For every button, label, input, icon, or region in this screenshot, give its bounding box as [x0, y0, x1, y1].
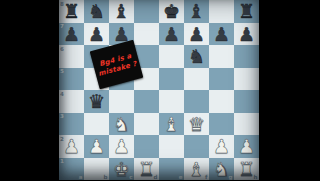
square-f4[interactable] — [184, 90, 209, 113]
square-a2[interactable]: ♟2 — [59, 135, 84, 158]
file-label-d: d — [154, 174, 158, 180]
square-h8[interactable]: ♜ — [234, 0, 259, 23]
chess-board: ♜8♞♝♚♝♜♟7♟♟♟♟♟♟6♞54♛3♞♝♛♟2♟♟♟♟1ab♚c♜de♝f… — [59, 0, 259, 180]
letterbox-left — [0, 0, 59, 180]
piece-white-pawn: ♟ — [209, 135, 234, 158]
square-d2[interactable] — [134, 135, 159, 158]
square-e7[interactable]: ♟ — [159, 23, 184, 46]
rank-label-7: 7 — [60, 23, 64, 29]
square-b2[interactable]: ♟ — [84, 135, 109, 158]
square-h6[interactable] — [234, 45, 259, 68]
square-g3[interactable] — [209, 113, 234, 136]
square-a6[interactable]: 6 — [59, 45, 84, 68]
square-g1[interactable]: ♞g — [209, 158, 234, 181]
piece-black-knight: ♞ — [84, 0, 109, 23]
square-g7[interactable]: ♟ — [209, 23, 234, 46]
square-e8[interactable]: ♚ — [159, 0, 184, 23]
rank-label-6: 6 — [60, 46, 64, 52]
square-a4[interactable]: 4 — [59, 90, 84, 113]
square-f5[interactable] — [184, 68, 209, 91]
file-label-c: c — [129, 174, 132, 180]
piece-black-pawn: ♟ — [159, 23, 184, 46]
square-g2[interactable]: ♟ — [209, 135, 234, 158]
square-g8[interactable] — [209, 0, 234, 23]
square-f6[interactable]: ♞ — [184, 45, 209, 68]
square-e1[interactable]: e — [159, 158, 184, 181]
square-h5[interactable] — [234, 68, 259, 91]
square-c3[interactable]: ♞ — [109, 113, 134, 136]
square-c2[interactable]: ♟ — [109, 135, 134, 158]
piece-white-queen: ♛ — [184, 113, 209, 136]
rank-label-2: 2 — [60, 136, 64, 142]
piece-white-bishop: ♝ — [159, 113, 184, 136]
square-a1[interactable]: 1a — [59, 158, 84, 181]
file-label-a: a — [79, 174, 83, 180]
piece-black-rook: ♜ — [234, 0, 259, 23]
square-b3[interactable] — [84, 113, 109, 136]
square-e5[interactable] — [159, 68, 184, 91]
video-thumbnail: ♜8♞♝♚♝♜♟7♟♟♟♟♟♟6♞54♛3♞♝♛♟2♟♟♟♟1ab♚c♜de♝f… — [0, 0, 320, 180]
rank-label-8: 8 — [60, 1, 64, 7]
square-e2[interactable] — [159, 135, 184, 158]
file-label-f: f — [205, 174, 207, 180]
piece-white-knight: ♞ — [109, 113, 134, 136]
piece-white-pawn: ♟ — [234, 135, 259, 158]
square-c8[interactable]: ♝ — [109, 0, 134, 23]
square-b4[interactable]: ♛ — [84, 90, 109, 113]
piece-white-pawn: ♟ — [109, 135, 134, 158]
square-d3[interactable] — [134, 113, 159, 136]
piece-black-queen: ♛ — [84, 90, 109, 113]
piece-black-pawn: ♟ — [84, 23, 109, 46]
piece-black-king: ♚ — [159, 0, 184, 23]
square-a8[interactable]: ♜8 — [59, 0, 84, 23]
square-a7[interactable]: ♟7 — [59, 23, 84, 46]
file-label-h: h — [254, 174, 258, 180]
rank-label-3: 3 — [60, 113, 64, 119]
rank-label-5: 5 — [60, 68, 64, 74]
square-f8[interactable]: ♝ — [184, 0, 209, 23]
square-e3[interactable]: ♝ — [159, 113, 184, 136]
square-d1[interactable]: ♜d — [134, 158, 159, 181]
square-e4[interactable] — [159, 90, 184, 113]
piece-white-pawn: ♟ — [84, 135, 109, 158]
file-label-g: g — [229, 174, 233, 180]
square-f1[interactable]: ♝f — [184, 158, 209, 181]
rank-label-4: 4 — [60, 91, 64, 97]
square-f2[interactable] — [184, 135, 209, 158]
file-label-b: b — [104, 174, 108, 180]
square-e6[interactable] — [159, 45, 184, 68]
square-h4[interactable] — [234, 90, 259, 113]
square-h3[interactable] — [234, 113, 259, 136]
square-c1[interactable]: ♚c — [109, 158, 134, 181]
square-b7[interactable]: ♟ — [84, 23, 109, 46]
square-f3[interactable]: ♛ — [184, 113, 209, 136]
piece-black-knight: ♞ — [184, 45, 209, 68]
square-d8[interactable] — [134, 0, 159, 23]
square-b1[interactable]: b — [84, 158, 109, 181]
square-g4[interactable] — [209, 90, 234, 113]
letterbox-right — [259, 0, 320, 180]
square-a5[interactable]: 5 — [59, 68, 84, 91]
square-h7[interactable]: ♟ — [234, 23, 259, 46]
square-d7[interactable] — [134, 23, 159, 46]
square-h1[interactable]: ♜h — [234, 158, 259, 181]
piece-black-bishop: ♝ — [184, 0, 209, 23]
rank-label-1: 1 — [60, 158, 64, 164]
square-a3[interactable]: 3 — [59, 113, 84, 136]
square-c4[interactable] — [109, 90, 134, 113]
file-label-e: e — [179, 174, 183, 180]
square-f7[interactable]: ♟ — [184, 23, 209, 46]
square-g5[interactable] — [209, 68, 234, 91]
piece-black-pawn: ♟ — [184, 23, 209, 46]
square-g6[interactable] — [209, 45, 234, 68]
square-b8[interactable]: ♞ — [84, 0, 109, 23]
piece-black-bishop: ♝ — [109, 0, 134, 23]
square-d4[interactable] — [134, 90, 159, 113]
piece-black-pawn: ♟ — [209, 23, 234, 46]
piece-black-pawn: ♟ — [234, 23, 259, 46]
square-h2[interactable]: ♟ — [234, 135, 259, 158]
